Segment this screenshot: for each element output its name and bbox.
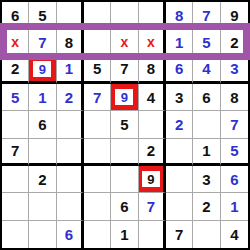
sudoku-board-grid: 65879x78xx152291578643512794368652772152… (2, 2, 248, 248)
cell-r4c6[interactable]: 4 (139, 84, 166, 111)
cell-r8c1[interactable] (2, 193, 29, 220)
cell-r5c2[interactable]: 6 (29, 111, 56, 138)
cell-r7c4[interactable] (84, 166, 111, 193)
cell-r7c5[interactable] (111, 166, 138, 193)
cell-r2c7[interactable]: 1 (166, 29, 193, 56)
cell-r9c4[interactable] (84, 221, 111, 248)
cell-r1c4[interactable] (84, 2, 111, 29)
cell-r5c4[interactable] (84, 111, 111, 138)
cell-r9c5[interactable]: 1 (111, 221, 138, 248)
cell-r4c4[interactable]: 7 (84, 84, 111, 111)
cell-r6c9[interactable]: 5 (221, 139, 248, 166)
cell-r6c2[interactable] (29, 139, 56, 166)
error-chip: 9 (115, 89, 133, 105)
cell-r5c5[interactable]: 5 (111, 111, 138, 138)
cell-r2c2[interactable]: 7 (29, 29, 56, 56)
cell-r9c7[interactable]: 7 (166, 221, 193, 248)
cell-r7c3[interactable] (57, 166, 84, 193)
cell-r7c8[interactable]: 3 (193, 166, 220, 193)
cell-r8c9[interactable]: 1 (221, 193, 248, 220)
cell-r8c6[interactable]: 7 (139, 193, 166, 220)
cell-r8c8[interactable]: 2 (193, 193, 220, 220)
cell-r5c7[interactable]: 2 (166, 111, 193, 138)
cell-r5c8[interactable] (193, 111, 220, 138)
cell-r9c6[interactable] (139, 221, 166, 248)
cell-r5c6[interactable] (139, 111, 166, 138)
error-chip: 9 (33, 61, 51, 77)
cell-r1c3[interactable] (57, 2, 84, 29)
cell-r6c5[interactable] (111, 139, 138, 166)
cell-r8c4[interactable] (84, 193, 111, 220)
cell-r5c3[interactable] (57, 111, 84, 138)
cell-r1c8[interactable]: 7 (193, 2, 220, 29)
cell-r2c8[interactable]: 5 (193, 29, 220, 56)
cell-r4c9[interactable]: 8 (221, 84, 248, 111)
cell-r7c7[interactable] (166, 166, 193, 193)
cell-r9c1[interactable] (2, 221, 29, 248)
cell-r2c4[interactable] (84, 29, 111, 56)
cell-r6c3[interactable] (57, 139, 84, 166)
cell-r7c6[interactable]: 9 (139, 166, 166, 193)
cell-r4c1[interactable]: 5 (2, 84, 29, 111)
cell-r1c2[interactable]: 5 (29, 2, 56, 29)
cell-r4c2[interactable]: 1 (29, 84, 56, 111)
cell-r6c1[interactable]: 7 (2, 139, 29, 166)
cell-r2c6[interactable]: x (139, 29, 166, 56)
cell-r3c6[interactable]: 8 (139, 57, 166, 84)
cell-r3c1[interactable]: 2 (2, 57, 29, 84)
cell-r8c7[interactable] (166, 193, 193, 220)
cell-r1c7[interactable]: 8 (166, 2, 193, 29)
cell-r4c8[interactable]: 6 (193, 84, 220, 111)
cell-r8c2[interactable] (29, 193, 56, 220)
cell-r3c7[interactable]: 6 (166, 57, 193, 84)
cell-r2c3[interactable]: 8 (57, 29, 84, 56)
cell-r1c9[interactable]: 9 (221, 2, 248, 29)
cell-r9c2[interactable] (29, 221, 56, 248)
cell-r5c1[interactable] (2, 111, 29, 138)
cell-r3c5[interactable]: 7 (111, 57, 138, 84)
cell-r3c4[interactable]: 5 (84, 57, 111, 84)
cell-r6c7[interactable] (166, 139, 193, 166)
cell-r1c1[interactable]: 6 (2, 2, 29, 29)
cell-r2c5[interactable]: x (111, 29, 138, 56)
cell-r9c3[interactable]: 6 (57, 221, 84, 248)
cell-r1c5[interactable] (111, 2, 138, 29)
cell-r4c3[interactable]: 2 (57, 84, 84, 111)
cell-r9c8[interactable] (193, 221, 220, 248)
cell-r8c5[interactable]: 6 (111, 193, 138, 220)
cell-r3c9[interactable]: 3 (221, 57, 248, 84)
cell-r2c1[interactable]: x (2, 29, 29, 56)
cell-r6c8[interactable]: 1 (193, 139, 220, 166)
error-chip: 9 (142, 171, 160, 187)
cell-r3c3[interactable]: 1 (57, 57, 84, 84)
cell-r1c6[interactable] (139, 2, 166, 29)
cell-r9c9[interactable]: 4 (221, 221, 248, 248)
cell-r7c9[interactable]: 6 (221, 166, 248, 193)
cell-r6c4[interactable] (84, 139, 111, 166)
cell-r2c9[interactable]: 2 (221, 29, 248, 56)
cell-r3c8[interactable]: 4 (193, 57, 220, 84)
cell-r7c2[interactable]: 2 (29, 166, 56, 193)
sudoku-board: 65879x78xx152291578643512794368652772152… (0, 0, 250, 250)
cell-r4c5[interactable]: 9 (111, 84, 138, 111)
cell-r3c2[interactable]: 9 (29, 57, 56, 84)
cell-r5c9[interactable]: 7 (221, 111, 248, 138)
cell-r4c7[interactable]: 3 (166, 84, 193, 111)
cell-r8c3[interactable] (57, 193, 84, 220)
cell-r7c1[interactable] (2, 166, 29, 193)
cell-r6c6[interactable]: 2 (139, 139, 166, 166)
